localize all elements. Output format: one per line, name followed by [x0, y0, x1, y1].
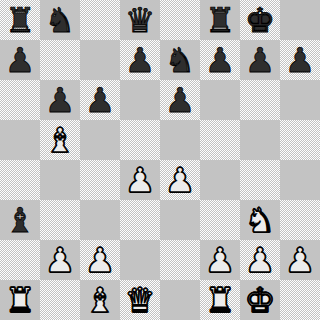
piece-white-king[interactable]: ♚ [245, 280, 275, 320]
square-d6[interactable] [120, 80, 160, 120]
square-e1[interactable] [160, 280, 200, 320]
piece-black-pawn[interactable]: ♟ [5, 40, 35, 80]
piece-white-pawn[interactable]: ♟ [245, 240, 275, 280]
square-d4[interactable]: ♟ [120, 160, 160, 200]
square-d7[interactable]: ♟ [120, 40, 160, 80]
piece-white-pawn[interactable]: ♟ [285, 240, 315, 280]
square-g7[interactable]: ♟ [240, 40, 280, 80]
square-a1[interactable]: ♜ [0, 280, 40, 320]
square-e3[interactable] [160, 200, 200, 240]
piece-black-pawn[interactable]: ♟ [245, 40, 275, 80]
square-h8[interactable] [280, 0, 320, 40]
piece-white-pawn[interactable]: ♟ [85, 240, 115, 280]
piece-black-pawn[interactable]: ♟ [125, 40, 155, 80]
square-c2[interactable]: ♟ [80, 240, 120, 280]
piece-white-knight[interactable]: ♞ [245, 200, 275, 240]
square-c6[interactable]: ♟ [80, 80, 120, 120]
square-h4[interactable] [280, 160, 320, 200]
square-e8[interactable] [160, 0, 200, 40]
piece-black-rook[interactable]: ♜ [5, 0, 35, 40]
square-f2[interactable]: ♟ [200, 240, 240, 280]
square-e7[interactable]: ♞ [160, 40, 200, 80]
piece-black-pawn[interactable]: ♟ [205, 40, 235, 80]
square-g1[interactable]: ♚ [240, 280, 280, 320]
chess-app-window: ♜♞♛♜♚♟♟♞♟♟♟♟♟♟♝♟♟♝♞♟♟♟♟♟♜♝♛♜♚ [0, 0, 320, 320]
square-c8[interactable] [80, 0, 120, 40]
piece-black-bishop[interactable]: ♝ [5, 200, 35, 240]
chess-board: ♜♞♛♜♚♟♟♞♟♟♟♟♟♟♝♟♟♝♞♟♟♟♟♟♜♝♛♜♚ [0, 0, 320, 320]
square-b5[interactable]: ♝ [40, 120, 80, 160]
square-b3[interactable] [40, 200, 80, 240]
square-b6[interactable]: ♟ [40, 80, 80, 120]
piece-white-pawn[interactable]: ♟ [205, 240, 235, 280]
piece-black-pawn[interactable]: ♟ [85, 80, 115, 120]
square-h6[interactable] [280, 80, 320, 120]
square-g5[interactable] [240, 120, 280, 160]
square-h5[interactable] [280, 120, 320, 160]
square-d8[interactable]: ♛ [120, 0, 160, 40]
square-b2[interactable]: ♟ [40, 240, 80, 280]
square-f8[interactable]: ♜ [200, 0, 240, 40]
square-b1[interactable] [40, 280, 80, 320]
piece-black-pawn[interactable]: ♟ [165, 80, 195, 120]
square-h1[interactable] [280, 280, 320, 320]
square-h2[interactable]: ♟ [280, 240, 320, 280]
piece-white-rook[interactable]: ♜ [205, 280, 235, 320]
square-b4[interactable] [40, 160, 80, 200]
piece-white-rook[interactable]: ♜ [5, 280, 35, 320]
square-a7[interactable]: ♟ [0, 40, 40, 80]
piece-black-pawn[interactable]: ♟ [285, 40, 315, 80]
piece-white-bishop[interactable]: ♝ [45, 120, 75, 160]
square-b7[interactable] [40, 40, 80, 80]
piece-white-bishop[interactable]: ♝ [85, 280, 115, 320]
square-a5[interactable] [0, 120, 40, 160]
square-g8[interactable]: ♚ [240, 0, 280, 40]
square-e2[interactable] [160, 240, 200, 280]
piece-black-rook[interactable]: ♜ [205, 0, 235, 40]
square-c3[interactable] [80, 200, 120, 240]
square-b8[interactable]: ♞ [40, 0, 80, 40]
square-c7[interactable] [80, 40, 120, 80]
square-a2[interactable] [0, 240, 40, 280]
piece-white-pawn[interactable]: ♟ [165, 160, 195, 200]
square-d2[interactable] [120, 240, 160, 280]
square-f3[interactable] [200, 200, 240, 240]
square-a8[interactable]: ♜ [0, 0, 40, 40]
piece-black-knight[interactable]: ♞ [165, 40, 195, 80]
piece-white-pawn[interactable]: ♟ [125, 160, 155, 200]
piece-black-queen[interactable]: ♛ [125, 0, 155, 40]
square-f7[interactable]: ♟ [200, 40, 240, 80]
square-h3[interactable] [280, 200, 320, 240]
square-g2[interactable]: ♟ [240, 240, 280, 280]
square-a3[interactable]: ♝ [0, 200, 40, 240]
square-e6[interactable]: ♟ [160, 80, 200, 120]
square-d1[interactable]: ♛ [120, 280, 160, 320]
piece-black-pawn[interactable]: ♟ [45, 80, 75, 120]
square-f6[interactable] [200, 80, 240, 120]
square-h7[interactable]: ♟ [280, 40, 320, 80]
piece-black-king[interactable]: ♚ [245, 0, 275, 40]
square-f5[interactable] [200, 120, 240, 160]
square-g6[interactable] [240, 80, 280, 120]
square-g3[interactable]: ♞ [240, 200, 280, 240]
square-e4[interactable]: ♟ [160, 160, 200, 200]
square-c4[interactable] [80, 160, 120, 200]
square-g4[interactable] [240, 160, 280, 200]
piece-white-queen[interactable]: ♛ [125, 280, 155, 320]
square-d3[interactable] [120, 200, 160, 240]
piece-black-knight[interactable]: ♞ [45, 0, 75, 40]
square-f1[interactable]: ♜ [200, 280, 240, 320]
square-e5[interactable] [160, 120, 200, 160]
square-a4[interactable] [0, 160, 40, 200]
square-a6[interactable] [0, 80, 40, 120]
square-c5[interactable] [80, 120, 120, 160]
square-d5[interactable] [120, 120, 160, 160]
square-c1[interactable]: ♝ [80, 280, 120, 320]
piece-white-pawn[interactable]: ♟ [45, 240, 75, 280]
square-f4[interactable] [200, 160, 240, 200]
